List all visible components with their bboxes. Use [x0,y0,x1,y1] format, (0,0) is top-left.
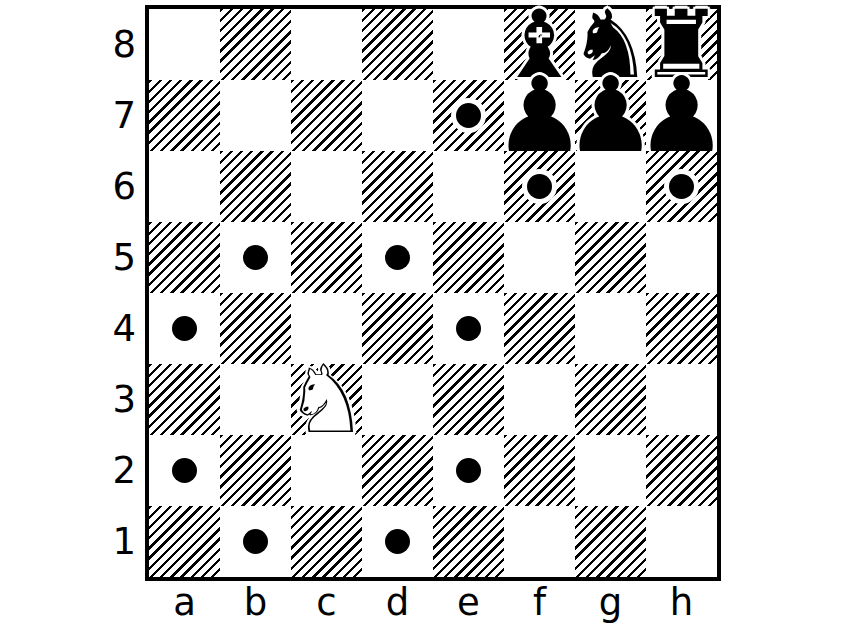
square-b8[interactable] [220,9,291,80]
square-c6[interactable] [291,151,362,222]
square-g8[interactable]: ♞ [575,9,646,80]
move-marker-f6[interactable] [527,174,552,199]
rank-label-2: 2 [101,435,145,506]
square-h1[interactable] [646,506,717,577]
square-a8[interactable] [149,9,220,80]
piece-white-knight-c3[interactable]: ♘ [284,364,368,435]
square-b5[interactable] [220,222,291,293]
square-d6[interactable] [362,151,433,222]
square-a2[interactable] [149,435,220,506]
square-h7[interactable]: ♟ [646,80,717,151]
square-a1[interactable] [149,506,220,577]
square-d5[interactable] [362,222,433,293]
square-c4[interactable] [291,293,362,364]
move-marker-e4[interactable] [456,316,481,341]
square-f7[interactable]: ♟ [504,80,575,151]
square-e6[interactable] [433,151,504,222]
square-e5[interactable] [433,222,504,293]
square-g7[interactable]: ♟ [575,80,646,151]
square-g4[interactable] [575,293,646,364]
square-h5[interactable] [646,222,717,293]
square-f2[interactable] [504,435,575,506]
page: 87654321 ♝♞♜♟♟♟♞♘ abcdefgh [0,0,865,624]
square-b7[interactable] [220,80,291,151]
square-f1[interactable] [504,506,575,577]
square-d3[interactable] [362,364,433,435]
rank-labels: 87654321 [101,5,145,581]
square-f5[interactable] [504,222,575,293]
move-marker-e7[interactable] [456,103,481,128]
file-label-d: d [362,581,433,621]
file-label-h: h [646,581,717,621]
move-marker-b5[interactable] [243,245,268,270]
square-d8[interactable] [362,9,433,80]
square-g3[interactable] [575,364,646,435]
piece-black-pawn-f7[interactable]: ♟ [493,80,586,151]
file-labels: abcdefgh [145,581,721,621]
square-a3[interactable] [149,364,220,435]
square-g6[interactable] [575,151,646,222]
move-marker-b1[interactable] [243,529,268,554]
square-f3[interactable] [504,364,575,435]
square-a7[interactable] [149,80,220,151]
square-h8[interactable]: ♜ [646,9,717,80]
rank-label-3: 3 [101,364,145,435]
move-marker-a2[interactable] [172,458,197,483]
square-e3[interactable] [433,364,504,435]
piece-black-knight-g8[interactable]: ♞ [568,9,652,80]
piece-black-pawn-g7[interactable]: ♟ [564,80,657,151]
chess-diagram: 87654321 ♝♞♜♟♟♟♞♘ abcdefgh [101,5,721,621]
file-label-a: a [149,581,220,621]
file-label-e: e [433,581,504,621]
square-d7[interactable] [362,80,433,151]
move-marker-a4[interactable] [172,316,197,341]
rank-label-8: 8 [101,9,145,80]
square-h3[interactable] [646,364,717,435]
square-b1[interactable] [220,506,291,577]
square-f6[interactable] [504,151,575,222]
square-h4[interactable] [646,293,717,364]
piece-black-bishop-f8[interactable]: ♝ [497,9,581,80]
rank-label-6: 6 [101,151,145,222]
file-label-c: c [291,581,362,621]
square-e7[interactable] [433,80,504,151]
file-label-g: g [575,581,646,621]
square-b3[interactable] [220,364,291,435]
square-c8[interactable] [291,9,362,80]
rank-label-5: 5 [101,222,145,293]
move-marker-e2[interactable] [456,458,481,483]
square-h2[interactable] [646,435,717,506]
chess-board: ♝♞♜♟♟♟♞♘ [145,5,721,581]
square-f4[interactable] [504,293,575,364]
square-b2[interactable] [220,435,291,506]
square-a4[interactable] [149,293,220,364]
piece-black-rook-h8[interactable]: ♜ [639,9,723,80]
square-b6[interactable] [220,151,291,222]
file-label-f: f [504,581,575,621]
move-marker-d1[interactable] [385,529,410,554]
square-d2[interactable] [362,435,433,506]
square-d1[interactable] [362,506,433,577]
square-g1[interactable] [575,506,646,577]
square-c3[interactable]: ♞♘ [291,364,362,435]
rank-label-4: 4 [101,293,145,364]
piece-fill-white-knight-c3: ♞ [284,364,368,435]
square-e8[interactable] [433,9,504,80]
square-g5[interactable] [575,222,646,293]
square-c5[interactable] [291,222,362,293]
square-b4[interactable] [220,293,291,364]
square-e1[interactable] [433,506,504,577]
square-a6[interactable] [149,151,220,222]
piece-black-pawn-h7[interactable]: ♟ [635,80,728,151]
square-c1[interactable] [291,506,362,577]
rank-label-7: 7 [101,80,145,151]
square-d4[interactable] [362,293,433,364]
square-e4[interactable] [433,293,504,364]
square-c7[interactable] [291,80,362,151]
square-h6[interactable] [646,151,717,222]
square-g2[interactable] [575,435,646,506]
square-c2[interactable] [291,435,362,506]
move-marker-d5[interactable] [385,245,410,270]
square-e2[interactable] [433,435,504,506]
file-label-b: b [220,581,291,621]
rank-label-1: 1 [101,506,145,577]
move-marker-h6[interactable] [669,174,694,199]
square-f8[interactable]: ♝ [504,9,575,80]
square-a5[interactable] [149,222,220,293]
